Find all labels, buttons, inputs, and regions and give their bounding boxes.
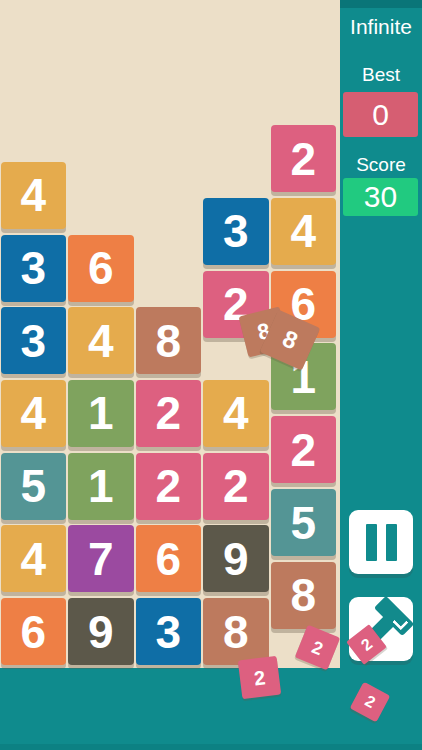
pause-icon — [349, 510, 413, 574]
best-value-box: 0 — [343, 92, 418, 137]
game-board[interactable] — [0, 0, 340, 668]
mode-label: Infinite — [340, 15, 422, 39]
best-label: Best — [340, 64, 422, 86]
sidebar: Infinite Best 0 Score 30 2 — [340, 0, 422, 750]
status-bar-strip — [340, 0, 422, 8]
score-label: Score — [340, 154, 422, 176]
hammer-icon — [336, 584, 422, 675]
best-value: 0 — [372, 98, 389, 132]
game-screen: 433454664117982263324298246125888222 Inf… — [0, 0, 422, 750]
score-value: 30 — [364, 180, 397, 214]
pause-button[interactable] — [349, 510, 413, 574]
score-value-box: 30 — [343, 178, 418, 216]
hammer-button[interactable]: 2 — [349, 597, 413, 661]
